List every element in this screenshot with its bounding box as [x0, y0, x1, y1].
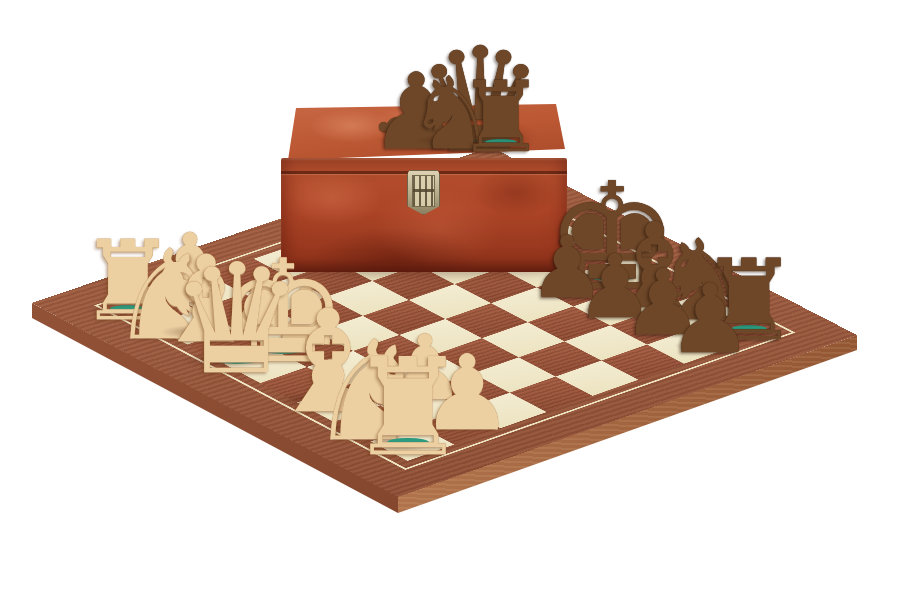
felt-base: [305, 394, 350, 404]
felt-base: [684, 305, 720, 313]
felt-base: [731, 325, 767, 333]
felt-base: [213, 353, 262, 364]
felt-base: [636, 292, 674, 300]
felt-base: [251, 318, 276, 323]
felt-base: [293, 334, 319, 340]
felt-base: [260, 344, 305, 354]
felt-base: [187, 327, 225, 335]
chess-set-product-photo: ♟♛♟♞♜♚♟♟♝♜♟♞♟♟♞♜♝♟♟♚♛♟♝♟♞♜: [0, 0, 900, 600]
felt-base: [450, 415, 483, 422]
felt-base: [110, 305, 145, 313]
felt-base: [436, 136, 468, 143]
box-clasp-engraving: [412, 175, 435, 207]
felt-base: [648, 323, 677, 329]
felt-base: [588, 270, 635, 280]
box-clasp: [407, 170, 440, 215]
